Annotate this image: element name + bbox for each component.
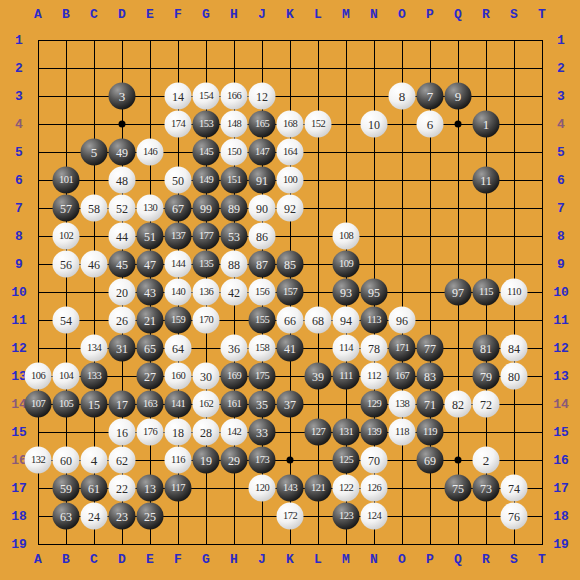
stone-M12: 114 bbox=[333, 335, 360, 362]
stone-L13: 39 bbox=[305, 363, 332, 390]
stone-B11: 54 bbox=[53, 307, 80, 334]
stone-E5: 146 bbox=[137, 139, 164, 166]
stone-F8: 137 bbox=[165, 223, 192, 250]
stone-M18: 123 bbox=[333, 503, 360, 530]
row-label-right-12: 12 bbox=[553, 342, 569, 355]
stone-Q17: 75 bbox=[445, 475, 472, 502]
col-label-bottom-S: S bbox=[510, 553, 518, 566]
col-label-top-M: M bbox=[342, 8, 350, 21]
stone-G11: 170 bbox=[193, 307, 220, 334]
stone-B7: 57 bbox=[53, 195, 80, 222]
row-label-right-7: 7 bbox=[557, 202, 565, 215]
stone-K14: 37 bbox=[277, 391, 304, 418]
stone-K11: 66 bbox=[277, 307, 304, 334]
col-label-bottom-J: J bbox=[258, 553, 266, 566]
stone-M15: 131 bbox=[333, 419, 360, 446]
row-label-right-18: 18 bbox=[553, 510, 569, 523]
row-label-left-9: 9 bbox=[15, 258, 23, 271]
star-point-Q16 bbox=[455, 457, 462, 464]
stone-B17: 59 bbox=[53, 475, 80, 502]
row-label-left-15: 15 bbox=[11, 426, 27, 439]
stone-B18: 63 bbox=[53, 503, 80, 530]
stone-S18: 76 bbox=[501, 503, 528, 530]
stone-K4: 168 bbox=[277, 111, 304, 138]
stone-E10: 43 bbox=[137, 279, 164, 306]
stone-J12: 158 bbox=[249, 335, 276, 362]
stone-H5: 150 bbox=[221, 139, 248, 166]
stone-N17: 126 bbox=[361, 475, 388, 502]
stone-E14: 163 bbox=[137, 391, 164, 418]
stone-K18: 172 bbox=[277, 503, 304, 530]
stone-G10: 136 bbox=[193, 279, 220, 306]
stone-H3: 166 bbox=[221, 83, 248, 110]
row-label-left-4: 4 bbox=[15, 118, 23, 131]
row-label-right-9: 9 bbox=[557, 258, 565, 271]
row-label-left-5: 5 bbox=[15, 146, 23, 159]
stone-S17: 74 bbox=[501, 475, 528, 502]
stone-E18: 25 bbox=[137, 503, 164, 530]
stone-R16: 2 bbox=[473, 447, 500, 474]
stone-P13: 83 bbox=[417, 363, 444, 390]
stone-B8: 102 bbox=[53, 223, 80, 250]
stone-F6: 50 bbox=[165, 167, 192, 194]
col-label-top-J: J bbox=[258, 8, 266, 21]
col-label-bottom-O: O bbox=[398, 553, 406, 566]
stone-O15: 118 bbox=[389, 419, 416, 446]
row-label-left-18: 18 bbox=[11, 510, 27, 523]
stone-J13: 175 bbox=[249, 363, 276, 390]
stone-J10: 156 bbox=[249, 279, 276, 306]
stone-D12: 31 bbox=[109, 335, 136, 362]
star-point-K16 bbox=[287, 457, 294, 464]
stone-N18: 124 bbox=[361, 503, 388, 530]
row-label-right-17: 17 bbox=[553, 482, 569, 495]
stone-H12: 36 bbox=[221, 335, 248, 362]
col-label-top-C: C bbox=[90, 8, 98, 21]
stone-D3: 3 bbox=[109, 83, 136, 110]
stone-O12: 171 bbox=[389, 335, 416, 362]
col-label-top-R: R bbox=[482, 8, 490, 21]
stone-J7: 90 bbox=[249, 195, 276, 222]
stone-P4: 6 bbox=[417, 111, 444, 138]
row-label-left-1: 1 bbox=[15, 34, 23, 47]
stone-N4: 10 bbox=[361, 111, 388, 138]
stone-K6: 100 bbox=[277, 167, 304, 194]
col-label-top-O: O bbox=[398, 8, 406, 21]
stone-J16: 173 bbox=[249, 447, 276, 474]
stone-O3: 8 bbox=[389, 83, 416, 110]
stone-G16: 19 bbox=[193, 447, 220, 474]
stone-B14: 105 bbox=[53, 391, 80, 418]
stone-N16: 70 bbox=[361, 447, 388, 474]
row-label-right-6: 6 bbox=[557, 174, 565, 187]
stone-G15: 28 bbox=[193, 419, 220, 446]
stone-C17: 61 bbox=[81, 475, 108, 502]
col-label-top-E: E bbox=[146, 8, 154, 21]
stone-B6: 101 bbox=[53, 167, 80, 194]
stone-F14: 141 bbox=[165, 391, 192, 418]
stone-D6: 48 bbox=[109, 167, 136, 194]
stone-H16: 29 bbox=[221, 447, 248, 474]
row-label-left-6: 6 bbox=[15, 174, 23, 187]
stone-Q14: 82 bbox=[445, 391, 472, 418]
stone-J17: 120 bbox=[249, 475, 276, 502]
col-label-top-P: P bbox=[426, 8, 434, 21]
stone-R12: 81 bbox=[473, 335, 500, 362]
stone-F4: 174 bbox=[165, 111, 192, 138]
stone-J8: 86 bbox=[249, 223, 276, 250]
stone-D16: 62 bbox=[109, 447, 136, 474]
stone-G3: 154 bbox=[193, 83, 220, 110]
stone-C9: 46 bbox=[81, 251, 108, 278]
stone-E12: 65 bbox=[137, 335, 164, 362]
stone-J11: 155 bbox=[249, 307, 276, 334]
go-board: AABBCCDDEEFFGGHHJJKKLLMMNNOOPPQQRRSSTT11… bbox=[0, 0, 580, 580]
col-label-bottom-B: B bbox=[62, 553, 70, 566]
stone-G14: 162 bbox=[193, 391, 220, 418]
stone-N11: 113 bbox=[361, 307, 388, 334]
stone-C16: 4 bbox=[81, 447, 108, 474]
stone-B16: 60 bbox=[53, 447, 80, 474]
stone-N12: 78 bbox=[361, 335, 388, 362]
stone-C12: 134 bbox=[81, 335, 108, 362]
stone-R6: 11 bbox=[473, 167, 500, 194]
stone-L4: 152 bbox=[305, 111, 332, 138]
col-label-top-N: N bbox=[370, 8, 378, 21]
stone-O11: 96 bbox=[389, 307, 416, 334]
stone-M17: 122 bbox=[333, 475, 360, 502]
stone-D10: 20 bbox=[109, 279, 136, 306]
stone-G6: 149 bbox=[193, 167, 220, 194]
stone-D17: 22 bbox=[109, 475, 136, 502]
row-label-left-7: 7 bbox=[15, 202, 23, 215]
stone-S13: 80 bbox=[501, 363, 528, 390]
stone-D7: 52 bbox=[109, 195, 136, 222]
col-label-bottom-T: T bbox=[538, 553, 546, 566]
stone-S12: 84 bbox=[501, 335, 528, 362]
stone-G8: 177 bbox=[193, 223, 220, 250]
stone-H9: 88 bbox=[221, 251, 248, 278]
col-label-top-D: D bbox=[118, 8, 126, 21]
stone-G9: 135 bbox=[193, 251, 220, 278]
row-label-right-11: 11 bbox=[553, 314, 569, 327]
row-label-left-19: 19 bbox=[11, 538, 27, 551]
stone-B13: 104 bbox=[53, 363, 80, 390]
col-label-top-B: B bbox=[62, 8, 70, 21]
stone-B9: 56 bbox=[53, 251, 80, 278]
col-label-bottom-G: G bbox=[202, 553, 210, 566]
stone-P3: 7 bbox=[417, 83, 444, 110]
stone-C13: 133 bbox=[81, 363, 108, 390]
row-label-left-11: 11 bbox=[11, 314, 27, 327]
stone-L17: 121 bbox=[305, 475, 332, 502]
stone-J4: 165 bbox=[249, 111, 276, 138]
row-label-right-10: 10 bbox=[553, 286, 569, 299]
stone-E17: 13 bbox=[137, 475, 164, 502]
stone-F13: 160 bbox=[165, 363, 192, 390]
col-label-top-K: K bbox=[286, 8, 294, 21]
row-label-left-3: 3 bbox=[15, 90, 23, 103]
col-label-bottom-D: D bbox=[118, 553, 126, 566]
row-label-right-4: 4 bbox=[557, 118, 565, 131]
col-label-bottom-M: M bbox=[342, 553, 350, 566]
stone-D15: 16 bbox=[109, 419, 136, 446]
stone-M8: 108 bbox=[333, 223, 360, 250]
stone-O13: 167 bbox=[389, 363, 416, 390]
stone-M13: 111 bbox=[333, 363, 360, 390]
stone-F15: 18 bbox=[165, 419, 192, 446]
row-label-right-8: 8 bbox=[557, 230, 565, 243]
stone-K17: 143 bbox=[277, 475, 304, 502]
col-label-bottom-L: L bbox=[314, 553, 322, 566]
stone-K12: 41 bbox=[277, 335, 304, 362]
stone-A14: 107 bbox=[25, 391, 52, 418]
stone-C7: 58 bbox=[81, 195, 108, 222]
row-label-right-16: 16 bbox=[553, 454, 569, 467]
stone-C18: 24 bbox=[81, 503, 108, 530]
row-label-right-19: 19 bbox=[553, 538, 569, 551]
stone-G4: 153 bbox=[193, 111, 220, 138]
col-label-bottom-C: C bbox=[90, 553, 98, 566]
stone-F11: 159 bbox=[165, 307, 192, 334]
stone-F17: 117 bbox=[165, 475, 192, 502]
stone-S10: 110 bbox=[501, 279, 528, 306]
row-label-right-15: 15 bbox=[553, 426, 569, 439]
stone-D14: 17 bbox=[109, 391, 136, 418]
stone-G13: 30 bbox=[193, 363, 220, 390]
row-label-left-17: 17 bbox=[11, 482, 27, 495]
stone-P15: 119 bbox=[417, 419, 444, 446]
stone-D8: 44 bbox=[109, 223, 136, 250]
col-label-bottom-A: A bbox=[34, 553, 42, 566]
stone-F3: 14 bbox=[165, 83, 192, 110]
stone-P16: 69 bbox=[417, 447, 444, 474]
col-label-top-L: L bbox=[314, 8, 322, 21]
stone-R13: 79 bbox=[473, 363, 500, 390]
stone-H4: 148 bbox=[221, 111, 248, 138]
stone-Q3: 9 bbox=[445, 83, 472, 110]
stone-G5: 145 bbox=[193, 139, 220, 166]
col-label-bottom-Q: Q bbox=[454, 553, 462, 566]
row-label-right-2: 2 bbox=[557, 62, 565, 75]
col-label-bottom-F: F bbox=[174, 553, 182, 566]
stone-R17: 73 bbox=[473, 475, 500, 502]
col-label-top-H: H bbox=[230, 8, 238, 21]
stone-D5: 49 bbox=[109, 139, 136, 166]
row-label-right-3: 3 bbox=[557, 90, 565, 103]
col-label-top-A: A bbox=[34, 8, 42, 21]
stone-F7: 67 bbox=[165, 195, 192, 222]
col-label-top-Q: Q bbox=[454, 8, 462, 21]
stone-J3: 12 bbox=[249, 83, 276, 110]
stone-J14: 35 bbox=[249, 391, 276, 418]
stone-R10: 115 bbox=[473, 279, 500, 306]
col-label-top-S: S bbox=[510, 8, 518, 21]
stone-F12: 64 bbox=[165, 335, 192, 362]
col-label-bottom-E: E bbox=[146, 553, 154, 566]
stone-L11: 68 bbox=[305, 307, 332, 334]
stone-E7: 130 bbox=[137, 195, 164, 222]
col-label-bottom-R: R bbox=[482, 553, 490, 566]
row-label-left-12: 12 bbox=[11, 342, 27, 355]
col-label-bottom-K: K bbox=[286, 553, 294, 566]
stone-G7: 99 bbox=[193, 195, 220, 222]
stone-F9: 144 bbox=[165, 251, 192, 278]
stone-O14: 138 bbox=[389, 391, 416, 418]
stone-K10: 157 bbox=[277, 279, 304, 306]
stone-N10: 95 bbox=[361, 279, 388, 306]
stone-P14: 71 bbox=[417, 391, 444, 418]
col-label-bottom-N: N bbox=[370, 553, 378, 566]
star-point-D4 bbox=[119, 121, 126, 128]
col-label-bottom-H: H bbox=[230, 553, 238, 566]
stone-C5: 5 bbox=[81, 139, 108, 166]
stone-D18: 23 bbox=[109, 503, 136, 530]
row-label-left-10: 10 bbox=[11, 286, 27, 299]
stone-Q10: 97 bbox=[445, 279, 472, 306]
stone-K9: 85 bbox=[277, 251, 304, 278]
stone-J5: 147 bbox=[249, 139, 276, 166]
stone-E13: 27 bbox=[137, 363, 164, 390]
stone-N14: 129 bbox=[361, 391, 388, 418]
stone-L15: 127 bbox=[305, 419, 332, 446]
stone-H10: 42 bbox=[221, 279, 248, 306]
stone-F10: 140 bbox=[165, 279, 192, 306]
stone-H7: 89 bbox=[221, 195, 248, 222]
col-label-top-T: T bbox=[538, 8, 546, 21]
stone-E9: 47 bbox=[137, 251, 164, 278]
row-label-left-2: 2 bbox=[15, 62, 23, 75]
col-label-top-G: G bbox=[202, 8, 210, 21]
col-label-bottom-P: P bbox=[426, 553, 434, 566]
stone-M11: 94 bbox=[333, 307, 360, 334]
stone-M10: 93 bbox=[333, 279, 360, 306]
stone-A13: 106 bbox=[25, 363, 52, 390]
star-point-Q4 bbox=[455, 121, 462, 128]
stone-H8: 53 bbox=[221, 223, 248, 250]
stone-M16: 125 bbox=[333, 447, 360, 474]
stone-F16: 116 bbox=[165, 447, 192, 474]
stone-J6: 91 bbox=[249, 167, 276, 194]
stone-N13: 112 bbox=[361, 363, 388, 390]
stone-E15: 176 bbox=[137, 419, 164, 446]
stone-D9: 45 bbox=[109, 251, 136, 278]
stone-R14: 72 bbox=[473, 391, 500, 418]
stone-K7: 92 bbox=[277, 195, 304, 222]
stone-H6: 151 bbox=[221, 167, 248, 194]
row-label-right-14: 14 bbox=[553, 398, 569, 411]
row-label-right-5: 5 bbox=[557, 146, 565, 159]
stone-K5: 164 bbox=[277, 139, 304, 166]
stone-D11: 26 bbox=[109, 307, 136, 334]
stone-E8: 51 bbox=[137, 223, 164, 250]
col-label-top-F: F bbox=[174, 8, 182, 21]
stone-J9: 87 bbox=[249, 251, 276, 278]
stone-A16: 132 bbox=[25, 447, 52, 474]
stone-R4: 1 bbox=[473, 111, 500, 138]
row-label-right-1: 1 bbox=[557, 34, 565, 47]
stone-H14: 161 bbox=[221, 391, 248, 418]
row-label-right-13: 13 bbox=[553, 370, 569, 383]
stone-J15: 33 bbox=[249, 419, 276, 446]
stone-E11: 21 bbox=[137, 307, 164, 334]
stone-P12: 77 bbox=[417, 335, 444, 362]
row-label-left-8: 8 bbox=[15, 230, 23, 243]
stone-H15: 142 bbox=[221, 419, 248, 446]
stone-H13: 169 bbox=[221, 363, 248, 390]
stone-N15: 139 bbox=[361, 419, 388, 446]
stone-C14: 15 bbox=[81, 391, 108, 418]
stone-M9: 109 bbox=[333, 251, 360, 278]
